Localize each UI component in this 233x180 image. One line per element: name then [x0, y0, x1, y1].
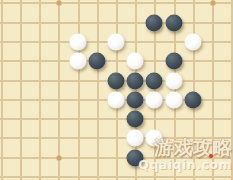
- black-stone: [107, 72, 124, 89]
- grid-line-vertical: [78, 0, 79, 180]
- black-stone: [88, 52, 105, 69]
- white-stone: [145, 91, 162, 108]
- watermark-red-dot: [209, 154, 213, 158]
- black-stone: [165, 52, 182, 69]
- grid-line-vertical: [231, 0, 232, 180]
- star-point: [211, 1, 216, 6]
- grid-line-horizontal: [0, 157, 233, 158]
- white-stone: [69, 33, 86, 50]
- star-point: [57, 1, 62, 6]
- white-stone: [184, 33, 201, 50]
- gomoku-board[interactable]: 游戏攻略 Qqaiqin.com: [0, 0, 233, 180]
- white-stone: [107, 33, 124, 50]
- grid-line-vertical: [20, 0, 21, 180]
- grid-line-horizontal: [0, 22, 233, 23]
- grid-line-horizontal: [0, 137, 233, 138]
- grid-line-vertical: [97, 0, 98, 180]
- white-stone: [145, 129, 162, 146]
- black-stone: [126, 91, 143, 108]
- white-stone: [165, 91, 182, 108]
- grid-line-horizontal: [0, 118, 233, 119]
- watermark-site: Qqaiqin.com: [138, 159, 232, 172]
- white-stone: [69, 52, 86, 69]
- white-stone: [126, 52, 143, 69]
- grid-line-horizontal: [0, 176, 233, 177]
- white-stone: [165, 72, 182, 89]
- white-stone: [126, 129, 143, 146]
- grid-line-vertical: [193, 0, 194, 180]
- grid-line-horizontal: [0, 60, 233, 61]
- black-stone: [184, 91, 201, 108]
- black-stone: [126, 72, 143, 89]
- black-stone: [126, 110, 143, 127]
- grid-line-horizontal: [0, 2, 233, 3]
- star-point: [57, 156, 62, 161]
- grid-line-vertical: [1, 0, 2, 180]
- grid-line-vertical: [58, 0, 59, 180]
- black-stone: [165, 14, 182, 31]
- black-stone: [145, 72, 162, 89]
- grid-line-vertical: [212, 0, 213, 180]
- grid-line-vertical: [116, 0, 117, 180]
- black-stone: [145, 14, 162, 31]
- white-stone: [107, 91, 124, 108]
- black-stone: [126, 149, 143, 166]
- grid-line-vertical: [39, 0, 40, 180]
